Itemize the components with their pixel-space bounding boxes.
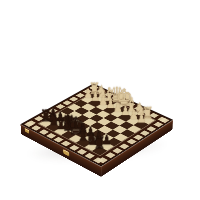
brass-clasp-icon [63,149,69,156]
product-photo[interactable]: ♜♞♝♛♚♝♞♜♟♟♟♟♟♟♟♟♟♟♟♟♟♟♟♟♜♞♝♛♚♝♞♜ [0,0,200,200]
